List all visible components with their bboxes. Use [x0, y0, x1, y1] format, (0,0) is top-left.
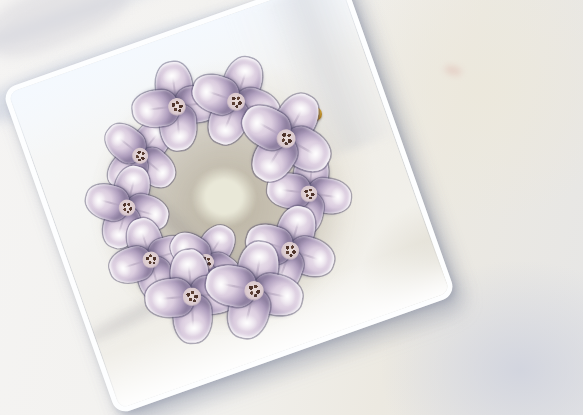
- wreath-center-hole: [191, 166, 257, 228]
- photo-stage: [0, 0, 583, 415]
- brooch: [0, 0, 583, 415]
